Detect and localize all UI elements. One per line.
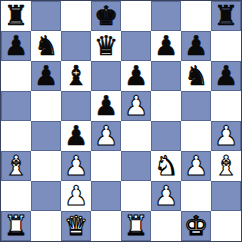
square-a2[interactable] [1, 181, 31, 211]
square-d6[interactable] [91, 61, 121, 91]
piece-white-pawn[interactable]: ♟ [64, 182, 88, 209]
piece-white-king[interactable]: ♚ [184, 212, 208, 239]
piece-black-pawn[interactable]: ♟ [34, 62, 58, 89]
square-g2[interactable] [181, 181, 211, 211]
piece-white-knight[interactable]: ♞ [154, 152, 178, 179]
chess-board: ♜♚♜♟♞♛♟♟♟♝♟♞♟♟♟♟♟♟♝♟♞♟♝♟♟♜♛♜♚ [0, 0, 242, 242]
square-e3[interactable] [121, 151, 151, 181]
square-e6[interactable]: ♟ [121, 61, 151, 91]
square-f4[interactable] [151, 121, 181, 151]
piece-white-pawn[interactable]: ♟ [154, 182, 178, 209]
square-h4[interactable]: ♟ [211, 121, 241, 151]
piece-black-pawn[interactable]: ♟ [154, 32, 178, 59]
square-g8[interactable] [181, 1, 211, 31]
square-h7[interactable] [211, 31, 241, 61]
piece-black-pawn[interactable]: ♟ [184, 32, 208, 59]
piece-white-bishop[interactable]: ♝ [214, 152, 238, 179]
piece-black-bishop[interactable]: ♝ [64, 62, 88, 89]
square-e1[interactable]: ♜ [121, 211, 151, 241]
piece-black-pawn[interactable]: ♟ [64, 122, 88, 149]
square-h6[interactable]: ♟ [211, 61, 241, 91]
piece-white-bishop[interactable]: ♝ [4, 152, 28, 179]
square-a8[interactable]: ♜ [1, 1, 31, 31]
square-b8[interactable] [31, 1, 61, 31]
square-e4[interactable] [121, 121, 151, 151]
piece-white-rook[interactable]: ♜ [4, 212, 28, 239]
square-d4[interactable]: ♟ [91, 121, 121, 151]
piece-white-pawn[interactable]: ♟ [64, 152, 88, 179]
square-e7[interactable] [121, 31, 151, 61]
square-b7[interactable]: ♞ [31, 31, 61, 61]
piece-white-rook[interactable]: ♜ [124, 212, 148, 239]
piece-white-pawn[interactable]: ♟ [94, 122, 118, 149]
piece-black-pawn[interactable]: ♟ [94, 92, 118, 119]
piece-black-pawn[interactable]: ♟ [124, 62, 148, 89]
piece-black-queen[interactable]: ♛ [94, 32, 118, 59]
square-d7[interactable]: ♛ [91, 31, 121, 61]
square-f5[interactable] [151, 91, 181, 121]
square-d8[interactable]: ♚ [91, 1, 121, 31]
piece-black-pawn[interactable]: ♟ [4, 32, 28, 59]
square-f6[interactable] [151, 61, 181, 91]
square-c5[interactable] [61, 91, 91, 121]
square-h3[interactable]: ♝ [211, 151, 241, 181]
square-b4[interactable] [31, 121, 61, 151]
piece-white-pawn[interactable]: ♟ [184, 152, 208, 179]
square-f7[interactable]: ♟ [151, 31, 181, 61]
square-c2[interactable]: ♟ [61, 181, 91, 211]
piece-black-rook[interactable]: ♜ [214, 2, 238, 29]
square-e2[interactable] [121, 181, 151, 211]
piece-black-pawn[interactable]: ♟ [214, 62, 238, 89]
square-h2[interactable] [211, 181, 241, 211]
square-b3[interactable] [31, 151, 61, 181]
square-e5[interactable]: ♟ [121, 91, 151, 121]
square-g6[interactable]: ♞ [181, 61, 211, 91]
square-g7[interactable]: ♟ [181, 31, 211, 61]
square-a1[interactable]: ♜ [1, 211, 31, 241]
square-d5[interactable]: ♟ [91, 91, 121, 121]
square-a4[interactable] [1, 121, 31, 151]
square-d1[interactable] [91, 211, 121, 241]
square-g3[interactable]: ♟ [181, 151, 211, 181]
piece-white-pawn[interactable]: ♟ [214, 122, 238, 149]
square-g4[interactable] [181, 121, 211, 151]
square-d2[interactable] [91, 181, 121, 211]
square-d3[interactable] [91, 151, 121, 181]
piece-white-pawn[interactable]: ♟ [124, 92, 148, 119]
square-b1[interactable] [31, 211, 61, 241]
square-c8[interactable] [61, 1, 91, 31]
piece-black-knight[interactable]: ♞ [34, 32, 58, 59]
square-b6[interactable]: ♟ [31, 61, 61, 91]
square-b5[interactable] [31, 91, 61, 121]
square-c4[interactable]: ♟ [61, 121, 91, 151]
square-b2[interactable] [31, 181, 61, 211]
square-h8[interactable]: ♜ [211, 1, 241, 31]
square-a5[interactable] [1, 91, 31, 121]
square-h5[interactable] [211, 91, 241, 121]
piece-black-king[interactable]: ♚ [94, 2, 118, 29]
square-h1[interactable] [211, 211, 241, 241]
square-a3[interactable]: ♝ [1, 151, 31, 181]
square-e8[interactable] [121, 1, 151, 31]
square-g5[interactable] [181, 91, 211, 121]
square-g1[interactable]: ♚ [181, 211, 211, 241]
square-f3[interactable]: ♞ [151, 151, 181, 181]
piece-white-queen[interactable]: ♛ [64, 212, 88, 239]
piece-black-knight[interactable]: ♞ [184, 62, 208, 89]
square-f2[interactable]: ♟ [151, 181, 181, 211]
square-c7[interactable] [61, 31, 91, 61]
square-a7[interactable]: ♟ [1, 31, 31, 61]
square-c1[interactable]: ♛ [61, 211, 91, 241]
square-f1[interactable] [151, 211, 181, 241]
square-c6[interactable]: ♝ [61, 61, 91, 91]
square-a6[interactable] [1, 61, 31, 91]
square-c3[interactable]: ♟ [61, 151, 91, 181]
square-f8[interactable] [151, 1, 181, 31]
piece-black-rook[interactable]: ♜ [4, 2, 28, 29]
